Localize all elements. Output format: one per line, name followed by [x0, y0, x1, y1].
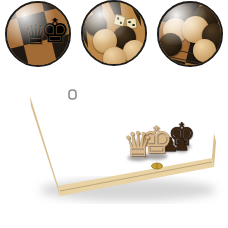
board-overlay — [0, 0, 228, 228]
product-photo-gallery: ♛ ♚ A — [0, 0, 228, 228]
main-product-photo[interactable]: ABCDEFGH ABCDEFGH 87654321 87654321 ♚♟♟♚… — [0, 0, 228, 228]
metal-hinge-icon — [69, 90, 76, 99]
